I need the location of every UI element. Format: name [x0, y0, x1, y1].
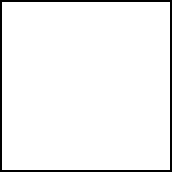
chess-board: [0, 0, 172, 172]
